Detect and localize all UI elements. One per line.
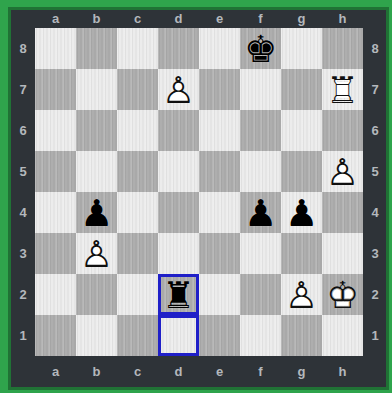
rank-label-left-7: 7 [12,69,34,110]
file-label-top-b: b [76,11,117,27]
rank-label-left-5: 5 [12,151,34,192]
file-label-top-e: e [199,11,240,27]
square-a6[interactable] [35,110,76,151]
square-a8[interactable] [35,28,76,69]
square-f1[interactable] [240,315,281,356]
square-h8[interactable] [322,28,363,69]
square-d6[interactable] [158,110,199,151]
file-label-top-d: d [158,11,199,27]
rank-label-right-3: 3 [364,233,386,274]
square-c8[interactable] [117,28,158,69]
square-c5[interactable] [117,151,158,192]
square-g8[interactable] [281,28,322,69]
square-h5[interactable]: ♟♙ [322,151,363,192]
piece-glyph: ♙ [322,151,363,192]
square-e8[interactable] [199,28,240,69]
file-label-top-a: a [35,11,76,27]
square-e3[interactable] [199,233,240,274]
square-b8[interactable] [76,28,117,69]
square-b3[interactable]: ♟♙ [76,233,117,274]
white-pawn-b3[interactable]: ♟♙ [76,233,117,274]
square-f2[interactable] [240,274,281,315]
square-a7[interactable] [35,69,76,110]
black-pawn-g4[interactable]: ♟ [281,192,322,233]
piece-glyph: ♙ [281,274,322,315]
square-d7[interactable]: ♟♙ [158,69,199,110]
square-e2[interactable] [199,274,240,315]
piece-glyph: ♖ [322,69,363,110]
file-label-bottom-d: d [158,364,199,380]
white-pawn-h5[interactable]: ♟♙ [322,151,363,192]
board-frame: abcdefgh abcdefgh 87654321 87654321 ♚♟♙♜… [11,10,386,387]
square-b6[interactable] [76,110,117,151]
white-pawn-d7[interactable]: ♟♙ [158,69,199,110]
rank-label-right-8: 8 [364,28,386,69]
square-h3[interactable] [322,233,363,274]
square-b5[interactable] [76,151,117,192]
rank-label-left-6: 6 [12,110,34,151]
square-f4[interactable]: ♟ [240,192,281,233]
rank-label-right-7: 7 [364,69,386,110]
square-f6[interactable] [240,110,281,151]
piece-glyph: ♚ [240,28,281,69]
file-label-bottom-f: f [240,364,281,380]
file-label-top-g: g [281,11,322,27]
square-c6[interactable] [117,110,158,151]
square-c4[interactable] [117,192,158,233]
piece-glyph: ♟ [76,192,117,233]
square-e7[interactable] [199,69,240,110]
white-king-h2[interactable]: ♚♔ [322,274,363,315]
chess-app-window: abcdefgh abcdefgh 87654321 87654321 ♚♟♙♜… [0,0,392,393]
file-label-bottom-b: b [76,364,117,380]
square-f5[interactable] [240,151,281,192]
rank-label-left-2: 2 [12,274,34,315]
black-rook-d2[interactable]: ♜ [158,274,199,315]
square-d5[interactable] [158,151,199,192]
square-g7[interactable] [281,69,322,110]
square-h2[interactable]: ♚♔ [322,274,363,315]
file-label-bottom-g: g [281,364,322,380]
piece-glyph: ♟ [281,192,322,233]
square-c2[interactable] [117,274,158,315]
square-g5[interactable] [281,151,322,192]
rank-label-left-8: 8 [12,28,34,69]
rank-label-right-1: 1 [364,315,386,356]
square-a1[interactable] [35,315,76,356]
square-b7[interactable] [76,69,117,110]
file-label-top-h: h [322,11,363,27]
square-f8[interactable]: ♚ [240,28,281,69]
file-label-bottom-a: a [35,364,76,380]
piece-glyph: ♟ [240,192,281,233]
square-e5[interactable] [199,151,240,192]
square-f7[interactable] [240,69,281,110]
black-pawn-f4[interactable]: ♟ [240,192,281,233]
piece-glyph: ♙ [76,233,117,274]
square-a2[interactable] [35,274,76,315]
rank-label-right-6: 6 [364,110,386,151]
square-g3[interactable] [281,233,322,274]
square-b4[interactable]: ♟ [76,192,117,233]
chess-board: ♚♟♙♜♖♟♙♟♟♟♟♙♜♟♙♚♔ [35,28,363,356]
square-c1[interactable] [117,315,158,356]
square-e4[interactable] [199,192,240,233]
piece-glyph: ♙ [158,69,199,110]
rank-label-left-4: 4 [12,192,34,233]
rank-label-left-1: 1 [12,315,34,356]
file-label-bottom-h: h [322,364,363,380]
black-pawn-b4[interactable]: ♟ [76,192,117,233]
square-c7[interactable] [117,69,158,110]
file-label-bottom-e: e [199,364,240,380]
square-a3[interactable] [35,233,76,274]
rank-label-right-5: 5 [364,151,386,192]
square-d2[interactable]: ♜ [158,274,199,315]
square-g1[interactable] [281,315,322,356]
square-a5[interactable] [35,151,76,192]
square-b1[interactable] [76,315,117,356]
white-pawn-g2[interactable]: ♟♙ [281,274,322,315]
square-g6[interactable] [281,110,322,151]
rank-label-right-4: 4 [364,192,386,233]
piece-glyph: ♜ [158,274,199,315]
square-b2[interactable] [76,274,117,315]
square-h7[interactable]: ♜♖ [322,69,363,110]
square-g2[interactable]: ♟♙ [281,274,322,315]
square-h6[interactable] [322,110,363,151]
square-h1[interactable] [322,315,363,356]
square-g4[interactable]: ♟ [281,192,322,233]
square-d4[interactable] [158,192,199,233]
square-d8[interactable] [158,28,199,69]
square-f3[interactable] [240,233,281,274]
file-label-top-c: c [117,11,158,27]
square-d1[interactable] [158,315,199,356]
square-e1[interactable] [199,315,240,356]
file-label-top-f: f [240,11,281,27]
white-rook-h7[interactable]: ♜♖ [322,69,363,110]
square-a4[interactable] [35,192,76,233]
square-c3[interactable] [117,233,158,274]
black-king-f8[interactable]: ♚ [240,28,281,69]
piece-glyph: ♔ [322,274,363,315]
file-label-bottom-c: c [117,364,158,380]
rank-label-right-2: 2 [364,274,386,315]
square-d3[interactable] [158,233,199,274]
square-e6[interactable] [199,110,240,151]
square-h4[interactable] [322,192,363,233]
rank-label-left-3: 3 [12,233,34,274]
